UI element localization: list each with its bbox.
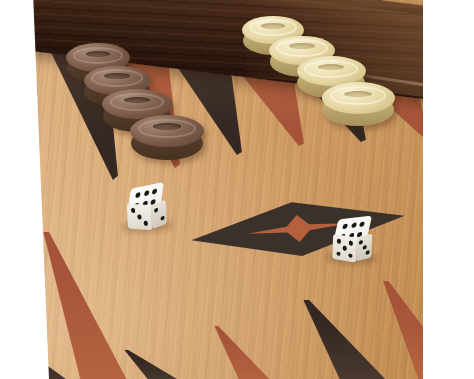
cream-checker-center <box>344 91 372 97</box>
brown-checker-top <box>130 115 204 147</box>
die-pip <box>143 190 149 196</box>
backgammon-board-photo <box>0 0 474 379</box>
die-pip <box>342 223 348 229</box>
die-pip <box>350 222 356 228</box>
die-pip <box>349 240 354 245</box>
die-2[interactable] <box>329 215 377 265</box>
die-front-face <box>127 204 152 231</box>
die-1[interactable] <box>123 183 171 233</box>
cream-checker-top <box>322 82 395 114</box>
die-pip <box>137 215 142 220</box>
die-pip <box>348 253 353 258</box>
cream-checker-center <box>261 23 285 29</box>
brown-checker-center <box>153 123 181 129</box>
die-pip <box>337 238 342 243</box>
die-pip <box>359 221 365 227</box>
die-pip <box>131 208 136 213</box>
brown-checker-center <box>124 97 151 103</box>
die-front-face <box>332 234 357 263</box>
die-pip <box>359 240 363 245</box>
die-pip <box>151 188 157 194</box>
die-pip <box>154 208 158 213</box>
brown-checker[interactable] <box>130 115 204 160</box>
background-margin-right <box>423 0 474 379</box>
brown-checker-center <box>86 51 110 57</box>
die-pip <box>160 215 164 220</box>
die-pip <box>366 250 370 255</box>
die-pip <box>342 246 347 251</box>
cream-checker[interactable] <box>322 82 395 126</box>
die-pip <box>135 192 141 198</box>
die-right-face <box>151 200 167 229</box>
die-pip <box>336 251 341 256</box>
die-pip <box>143 221 148 226</box>
die-right-face <box>356 233 372 261</box>
die-pip <box>362 245 366 250</box>
